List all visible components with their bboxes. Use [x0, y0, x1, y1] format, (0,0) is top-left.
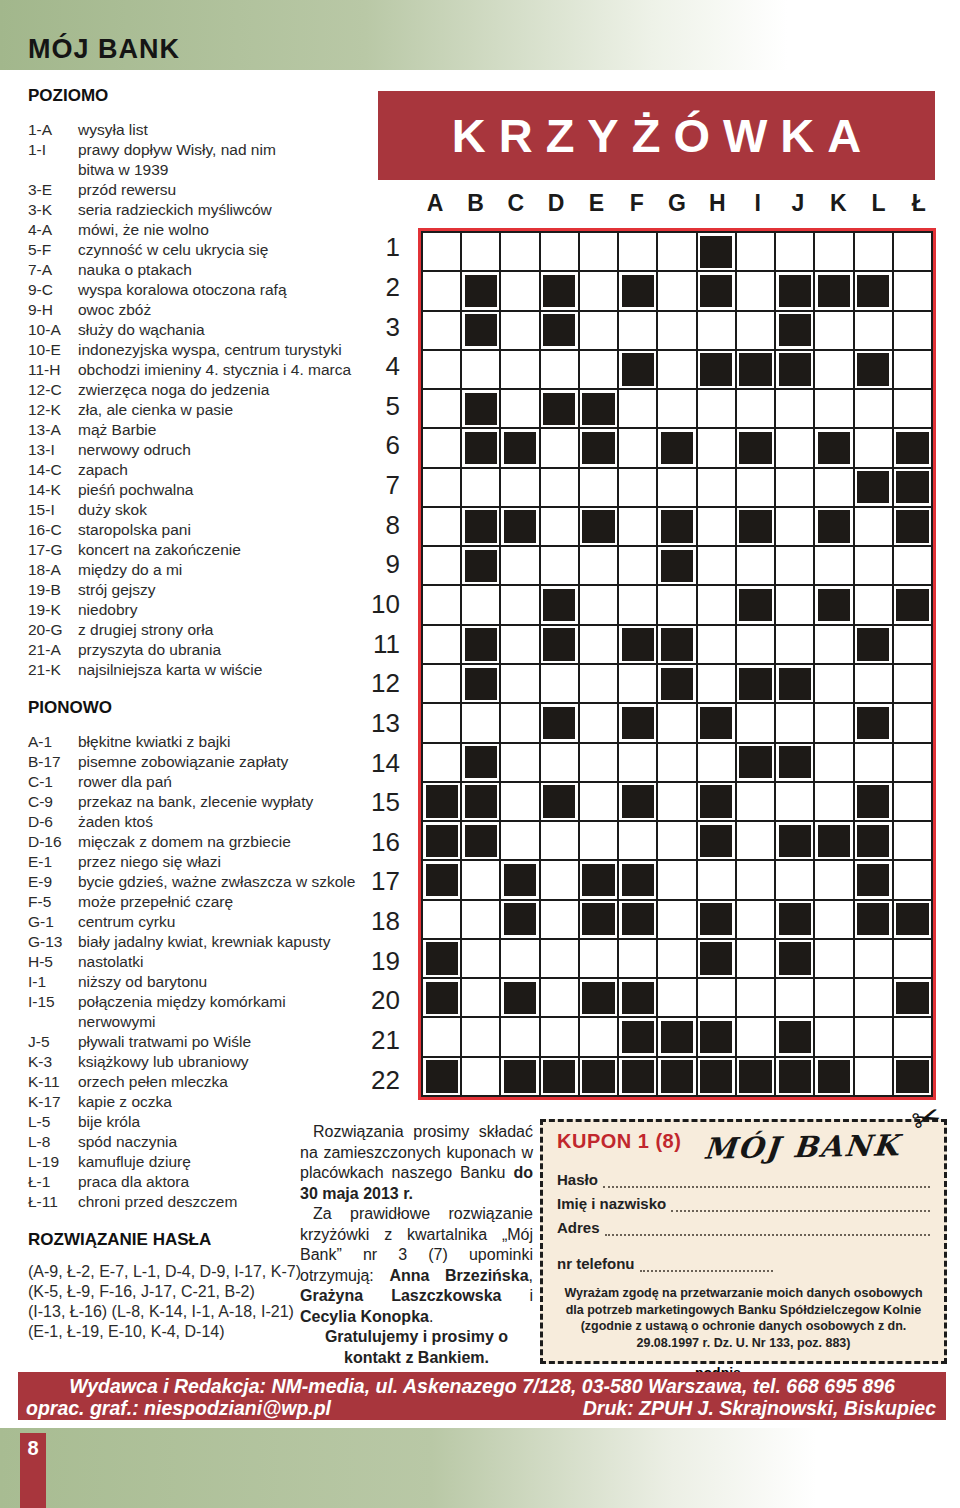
grid-cell-D19 — [541, 940, 578, 977]
grid-cell-K9 — [815, 547, 852, 584]
clue-text: żaden ktoś — [78, 812, 382, 832]
black-square — [465, 432, 497, 464]
black-square — [582, 393, 614, 425]
grid-cell-C22 — [501, 1058, 538, 1095]
black-square — [700, 1021, 732, 1053]
grid-cell-I15 — [737, 783, 774, 820]
clue-down-I-1: I-1niższy od barytonu — [28, 972, 382, 992]
grid-cell-D21 — [541, 1018, 578, 1055]
black-square — [818, 432, 850, 464]
grid-cell-E1 — [580, 233, 617, 270]
clue-across-19-B: 19-Bstrój gejszy — [28, 580, 382, 600]
grid-cell-D14 — [541, 744, 578, 781]
grid-cell-B15 — [462, 783, 499, 820]
clue-down-G-1: G-1centrum cyrku — [28, 912, 382, 932]
grid-cell-B4 — [462, 351, 499, 388]
clue-across-19-K: 19-Kniedobry — [28, 600, 382, 620]
clue-across-9-H: 9-Howoc zbóż — [28, 300, 382, 320]
grid-cell-C12 — [501, 665, 538, 702]
clue-text: zapach — [78, 460, 382, 480]
clue-across-18-A: 18-Amiędzy do a mi — [28, 560, 382, 580]
clue-down-K-3: K-3książkowy lub ubraniowy — [28, 1052, 382, 1072]
grid-cell-I8 — [737, 508, 774, 545]
col-label-F: F — [617, 190, 657, 224]
clue-text: mówi, że nie wolno — [78, 220, 382, 240]
grid-cell-G2 — [658, 272, 695, 309]
grid-cell-J15 — [776, 783, 813, 820]
grid-cell-Ł11 — [894, 626, 931, 663]
coupon-header: KUPON 1 (8) MÓJ BANK — [557, 1130, 930, 1164]
black-square — [779, 353, 811, 385]
grid-cell-L8 — [855, 508, 892, 545]
clue-text: obchodzi imieniny 4. stycznia i 4. marca — [78, 360, 382, 380]
clue-down-B-17: B-17pisemne zobowiązanie zapłaty — [28, 752, 382, 772]
clue-key: 19-B — [28, 580, 78, 600]
grid-cell-E8 — [580, 508, 617, 545]
col-label-G: G — [657, 190, 697, 224]
grid-cell-I18 — [737, 901, 774, 938]
footer-print-credit: Druk: ZPUH J. Skrajnowski, Biskupiec — [583, 1397, 936, 1419]
grid-cell-E9 — [580, 547, 617, 584]
clue-key: 21-K — [28, 660, 78, 680]
grid-cell-E21 — [580, 1018, 617, 1055]
clue-across-3-K: 3-Kseria radzieckich myśliwców — [28, 200, 382, 220]
footer-graphics-credit: oprac. graf.: niespodziani@wp.pl — [26, 1397, 331, 1419]
clue-text: nastolatki — [78, 952, 382, 972]
clue-text: bycie gdzieś, ważne zwłaszcza w szkole — [78, 872, 382, 892]
grid-cell-D20 — [541, 979, 578, 1016]
clue-text: zwierzęca noga do jedzenia — [78, 380, 382, 400]
clue-key: 3-K — [28, 200, 78, 220]
grid-cell-E17 — [580, 861, 617, 898]
clue-text: pływali tratwami po Wiśle — [78, 1032, 382, 1052]
black-square — [896, 510, 928, 542]
grid-cell-J20 — [776, 979, 813, 1016]
grid-cell-G14 — [658, 744, 695, 781]
black-square — [622, 1060, 654, 1092]
black-square — [504, 982, 536, 1014]
clue-key: 12-K — [28, 400, 78, 420]
black-square — [622, 903, 654, 935]
grid-cell-J13 — [776, 704, 813, 741]
clue-key: I-15 — [28, 992, 78, 1032]
grid-cell-I3 — [737, 312, 774, 349]
clue-text: wysyła list — [78, 120, 382, 140]
grid-cell-D5 — [541, 390, 578, 427]
crossword-title: KRZYŻÓWKA — [439, 108, 874, 163]
clue-key: 15-I — [28, 500, 78, 520]
grid-cell-Ł17 — [894, 861, 931, 898]
clue-key: 14-K — [28, 480, 78, 500]
clue-across-13-A: 13-Amąż Barbie — [28, 420, 382, 440]
grid-cell-B13 — [462, 704, 499, 741]
black-square — [896, 982, 928, 1014]
grid-cell-C3 — [501, 312, 538, 349]
black-square — [818, 275, 850, 307]
grid-cell-J12 — [776, 665, 813, 702]
grid-cell-A15 — [423, 783, 460, 820]
clue-text: czynność w celu ukrycia się — [78, 240, 382, 260]
grid-cell-Ł18 — [894, 901, 931, 938]
grid-cell-J8 — [776, 508, 813, 545]
grid-cell-L13 — [855, 704, 892, 741]
grid-cell-B8 — [462, 508, 499, 545]
grid-cell-H8 — [698, 508, 735, 545]
grid-cell-K20 — [815, 979, 852, 1016]
clue-key: 13-A — [28, 420, 78, 440]
grid-cell-J3 — [776, 312, 813, 349]
grid-cell-K12 — [815, 665, 852, 702]
grid-cell-D15 — [541, 783, 578, 820]
clue-text: z drugiej strony orła — [78, 620, 382, 640]
grid-cell-A12 — [423, 665, 460, 702]
grid-cell-A22 — [423, 1058, 460, 1095]
clue-key: 19-K — [28, 600, 78, 620]
clue-key: D-16 — [28, 832, 78, 852]
footer-line2: oprac. graf.: niespodziani@wp.pl Druk: Z… — [18, 1397, 946, 1419]
grid-cell-C13 — [501, 704, 538, 741]
grid-cell-F11 — [619, 626, 656, 663]
clue-text: niższy od barytonu — [78, 972, 382, 992]
grid-cell-D12 — [541, 665, 578, 702]
grid-cell-Ł2 — [894, 272, 931, 309]
clue-key: 9-H — [28, 300, 78, 320]
clue-key: K-11 — [28, 1072, 78, 1092]
coupon-title: KUPON 1 (8) — [557, 1130, 681, 1153]
field-adres: Adres — [557, 1219, 930, 1236]
grid-cell-D6 — [541, 429, 578, 466]
grid-cell-G3 — [658, 312, 695, 349]
black-square — [857, 864, 889, 896]
clue-text: zła, ale cienka w pasie — [78, 400, 382, 420]
grid-cell-B20 — [462, 979, 499, 1016]
grid-cell-K2 — [815, 272, 852, 309]
grid-cell-J4 — [776, 351, 813, 388]
clue-down-I-15: I-15połączenia między komórkami nerwowym… — [28, 992, 382, 1032]
clue-across-5-F: 5-Fczynność w celu ukrycia się — [28, 240, 382, 260]
notice-text: Rozwiązania prosimy składać na zamieszcz… — [300, 1122, 533, 1368]
grid-cell-Ł12 — [894, 665, 931, 702]
col-label-A: A — [415, 190, 455, 224]
clue-text: prawy dopływ Wisły, nad nim bitwa w 1939 — [78, 140, 382, 180]
clue-across-11-H: 11-Hobchodzi imieniny 4. stycznia i 4. m… — [28, 360, 382, 380]
grid-cell-K4 — [815, 351, 852, 388]
bottom-green-band — [0, 1428, 960, 1508]
clue-key: J-5 — [28, 1032, 78, 1052]
black-square — [582, 982, 614, 1014]
grid-cell-H15 — [698, 783, 735, 820]
black-square — [857, 707, 889, 739]
grid-cell-F18 — [619, 901, 656, 938]
grid-cell-A20 — [423, 979, 460, 1016]
row-label-12: 12 — [360, 664, 410, 704]
black-square — [426, 982, 458, 1014]
grid-cell-Ł16 — [894, 822, 931, 859]
clue-text: rower dla pań — [78, 772, 382, 792]
clue-text: staropolska pani — [78, 520, 382, 540]
black-square — [779, 825, 811, 857]
grid-cell-K3 — [815, 312, 852, 349]
clue-text: owoc zbóż — [78, 300, 382, 320]
clue-key: L-8 — [28, 1132, 78, 1152]
clue-across-10-E: 10-Eindonezyjska wyspa, centrum turystyk… — [28, 340, 382, 360]
grid-cell-L19 — [855, 940, 892, 977]
black-square — [582, 510, 614, 542]
black-square — [543, 707, 575, 739]
clue-text: może przepełnić czarę — [78, 892, 382, 912]
clue-across-15-I: 15-Iduży skok — [28, 500, 382, 520]
grid-cell-G13 — [658, 704, 695, 741]
grid-cell-G1 — [658, 233, 695, 270]
grid-cell-A19 — [423, 940, 460, 977]
grid-cell-H1 — [698, 233, 735, 270]
coupon-brand-logo: MÓJ BANK — [702, 1128, 901, 1165]
grid-cell-D17 — [541, 861, 578, 898]
grid-cell-H2 — [698, 272, 735, 309]
clue-text: między do a mi — [78, 560, 382, 580]
grid-cell-C10 — [501, 586, 538, 623]
black-square — [543, 1060, 575, 1092]
grid-cell-F8 — [619, 508, 656, 545]
grid-cell-C17 — [501, 861, 538, 898]
grid-cell-L5 — [855, 390, 892, 427]
grid-cell-E7 — [580, 469, 617, 506]
clue-text: służy do wąchania — [78, 320, 382, 340]
grid-cell-F5 — [619, 390, 656, 427]
clue-across-4-A: 4-Amówi, że nie wolno — [28, 220, 382, 240]
black-square — [465, 550, 497, 582]
grid-cell-J17 — [776, 861, 813, 898]
grid-cell-Ł13 — [894, 704, 931, 741]
grid-cell-H7 — [698, 469, 735, 506]
clue-key: G-13 — [28, 932, 78, 952]
grid-cell-C11 — [501, 626, 538, 663]
grid-cell-J18 — [776, 901, 813, 938]
black-square — [857, 471, 889, 503]
clue-key: C-9 — [28, 792, 78, 812]
grid-cell-I10 — [737, 586, 774, 623]
grid-cell-J22 — [776, 1058, 813, 1095]
grid-cell-J11 — [776, 626, 813, 663]
col-label-B: B — [455, 190, 495, 224]
grid-cell-E2 — [580, 272, 617, 309]
black-square — [504, 903, 536, 935]
clue-key: L-5 — [28, 1112, 78, 1132]
clue-across-7-A: 7-Anauka o ptakach — [28, 260, 382, 280]
clue-across-9-C: 9-Cwyspa koralowa otoczona rafą — [28, 280, 382, 300]
row-label-22: 22 — [360, 1060, 410, 1100]
black-square — [818, 510, 850, 542]
black-square — [543, 393, 575, 425]
grid-cell-K7 — [815, 469, 852, 506]
grid-cell-C20 — [501, 979, 538, 1016]
grid-cell-B1 — [462, 233, 499, 270]
grid-cell-A9 — [423, 547, 460, 584]
clue-key: 17-G — [28, 540, 78, 560]
black-square — [504, 432, 536, 464]
black-square — [543, 785, 575, 817]
clue-down-G-13: G-13biały jadalny kwiat, krewniak kapust… — [28, 932, 382, 952]
grid-cell-H4 — [698, 351, 735, 388]
grid-cell-B5 — [462, 390, 499, 427]
grid-cell-Ł14 — [894, 744, 931, 781]
clue-key: 5-F — [28, 240, 78, 260]
grid-cell-B6 — [462, 429, 499, 466]
newsletter-page: MÓJ BANK POZIOMO 1-Awysyła list1-Iprawy … — [0, 0, 960, 1508]
grid-cell-B21 — [462, 1018, 499, 1055]
grid-cell-L20 — [855, 979, 892, 1016]
grid-cell-D3 — [541, 312, 578, 349]
black-square — [622, 982, 654, 1014]
clue-key: 11-H — [28, 360, 78, 380]
black-square — [739, 432, 771, 464]
black-square — [465, 314, 497, 346]
row-label-10: 10 — [360, 585, 410, 625]
grid-cell-A14 — [423, 744, 460, 781]
black-square — [700, 236, 732, 268]
black-square — [426, 825, 458, 857]
grid-cell-G12 — [658, 665, 695, 702]
black-square — [779, 1021, 811, 1053]
col-label-D: D — [536, 190, 576, 224]
grid-cell-B11 — [462, 626, 499, 663]
grid-cell-D22 — [541, 1058, 578, 1095]
grid-cell-G10 — [658, 586, 695, 623]
clue-down-D-16: D-16mięczak z domem na grzbiecie — [28, 832, 382, 852]
grid-cell-G17 — [658, 861, 695, 898]
clue-text: kapie z oczka — [78, 1092, 382, 1112]
row-label-16: 16 — [360, 823, 410, 863]
clue-text: nerwowy odruch — [78, 440, 382, 460]
black-square — [857, 825, 889, 857]
grid-cell-B19 — [462, 940, 499, 977]
black-square — [465, 746, 497, 778]
grid-cell-A11 — [423, 626, 460, 663]
grid-cell-F22 — [619, 1058, 656, 1095]
clue-key: K-3 — [28, 1052, 78, 1072]
grid-cell-I11 — [737, 626, 774, 663]
black-square — [426, 942, 458, 974]
clue-text: najsilniejsza karta w wiście — [78, 660, 382, 680]
clue-text: przyszyta do ubrania — [78, 640, 382, 660]
black-square — [739, 668, 771, 700]
black-square — [426, 785, 458, 817]
grid-cell-H16 — [698, 822, 735, 859]
clue-key: 18-A — [28, 560, 78, 580]
grid-cell-E5 — [580, 390, 617, 427]
grid-cell-A2 — [423, 272, 460, 309]
clue-down-C-9: C-9przekaz na bank, zlecenie wypłaty — [28, 792, 382, 812]
row-label-6: 6 — [360, 426, 410, 466]
field-haslo: Hasło — [557, 1171, 930, 1188]
black-square — [465, 785, 497, 817]
clue-down-A-1: A-1błękitne kwiatki z bajki — [28, 732, 382, 752]
grid-cell-F12 — [619, 665, 656, 702]
black-square — [622, 275, 654, 307]
page-number: 8 — [27, 1437, 38, 1459]
col-label-H: H — [697, 190, 737, 224]
grid-cell-E12 — [580, 665, 617, 702]
row-label-2: 2 — [360, 268, 410, 308]
clue-key: H-5 — [28, 952, 78, 972]
grid-cell-C18 — [501, 901, 538, 938]
clue-across-21-K: 21-Knajsilniejsza karta w wiście — [28, 660, 382, 680]
grid-column-labels: ABCDEFGHIJKLŁ — [415, 190, 939, 224]
grid-cell-A21 — [423, 1018, 460, 1055]
grid-cell-L7 — [855, 469, 892, 506]
grid-cell-E3 — [580, 312, 617, 349]
grid-cell-Ł9 — [894, 547, 931, 584]
clue-key: F-5 — [28, 892, 78, 912]
black-square — [661, 1021, 693, 1053]
grid-cell-D1 — [541, 233, 578, 270]
grid-cell-I19 — [737, 940, 774, 977]
clue-key: 7-A — [28, 260, 78, 280]
notice-paragraph-3: Gratulujemy i prosimy o kontakt z Bankie… — [300, 1327, 533, 1368]
clue-text: przekaz na bank, zlecenie wypłaty — [78, 792, 382, 812]
grid-cell-I16 — [737, 822, 774, 859]
clue-across-14-C: 14-Czapach — [28, 460, 382, 480]
black-square — [426, 1060, 458, 1092]
grid-cell-C19 — [501, 940, 538, 977]
grid-cell-H19 — [698, 940, 735, 977]
black-square — [700, 942, 732, 974]
row-label-3: 3 — [360, 307, 410, 347]
down-heading: PIONOWO — [28, 698, 382, 718]
clue-text: błękitne kwiatki z bajki — [78, 732, 382, 752]
black-square — [779, 903, 811, 935]
grid-cell-E20 — [580, 979, 617, 1016]
grid-cell-B3 — [462, 312, 499, 349]
clue-text: książkowy lub ubraniowy — [78, 1052, 382, 1072]
grid-cell-Ł1 — [894, 233, 931, 270]
row-label-14: 14 — [360, 743, 410, 783]
grid-cell-D8 — [541, 508, 578, 545]
coupon: ✂ KUPON 1 (8) MÓJ BANK Hasło Imię i nazw… — [540, 1119, 947, 1364]
grid-cell-G5 — [658, 390, 695, 427]
grid-cell-E19 — [580, 940, 617, 977]
black-square — [818, 589, 850, 621]
clue-key: A-1 — [28, 732, 78, 752]
clue-text: seria radzieckich myśliwców — [78, 200, 382, 220]
grid-cell-Ł8 — [894, 508, 931, 545]
grid-cell-D4 — [541, 351, 578, 388]
grid-cell-B16 — [462, 822, 499, 859]
grid-cell-F9 — [619, 547, 656, 584]
black-square — [426, 864, 458, 896]
clue-down-K-17: K-17kapie z oczka — [28, 1092, 382, 1112]
clue-key: 3-E — [28, 180, 78, 200]
grid-cell-I4 — [737, 351, 774, 388]
grid-cell-C7 — [501, 469, 538, 506]
black-square — [661, 628, 693, 660]
clue-key: 13-I — [28, 440, 78, 460]
clue-down-D-6: D-6żaden ktoś — [28, 812, 382, 832]
grid-cell-Ł19 — [894, 940, 931, 977]
grid-cell-K14 — [815, 744, 852, 781]
grid-cell-L3 — [855, 312, 892, 349]
grid-cell-L14 — [855, 744, 892, 781]
col-label-E: E — [576, 190, 616, 224]
clue-across-1-A: 1-Awysyła list — [28, 120, 382, 140]
grid-cell-E10 — [580, 586, 617, 623]
grid-cell-G15 — [658, 783, 695, 820]
grid-cell-F10 — [619, 586, 656, 623]
clue-key: 1-A — [28, 120, 78, 140]
grid-cell-I2 — [737, 272, 774, 309]
clue-key: L-19 — [28, 1152, 78, 1172]
row-label-19: 19 — [360, 941, 410, 981]
